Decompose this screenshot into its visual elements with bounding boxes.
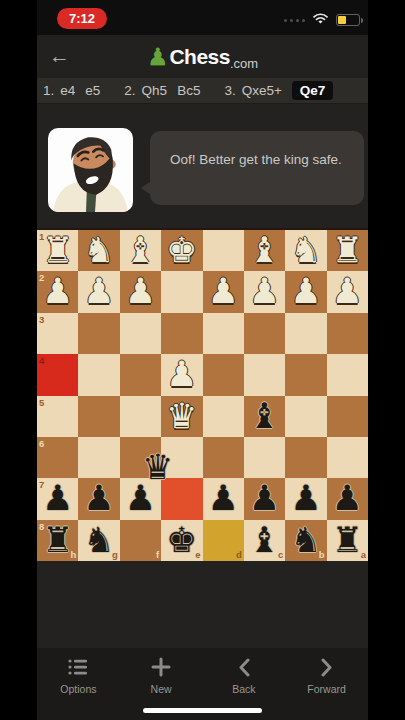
- file-label-e: e: [195, 549, 200, 560]
- forward-label: Forward: [307, 683, 346, 695]
- square-b4[interactable]: [285, 354, 326, 395]
- square-g1[interactable]: ♞: [78, 230, 119, 271]
- list-icon: [67, 657, 89, 677]
- file-label-f: f: [156, 549, 159, 560]
- move-e5[interactable]: e5: [85, 83, 100, 98]
- rank-label-3: 3: [39, 314, 44, 325]
- square-h8[interactable]: 8h♜: [37, 520, 78, 561]
- black-pawn-b7: ♟: [285, 478, 326, 519]
- square-f1[interactable]: ♝: [120, 230, 161, 271]
- chess-board: 1♜♞♝♚♝♞♜2♟♟♟♟♟♟♟34♟5♛♝67♟♟♟♟♟♟♟8h♜g♞fe♚d…: [37, 228, 368, 559]
- square-b1[interactable]: ♞: [285, 230, 326, 271]
- square-g6[interactable]: [78, 437, 119, 478]
- black-pawn-g7: ♟: [78, 478, 119, 519]
- square-e5[interactable]: ♛: [161, 396, 202, 437]
- app-header: ← ♟ Chess .com: [37, 35, 368, 78]
- square-g4[interactable]: [78, 354, 119, 395]
- white-rook-a1: ♜: [327, 230, 368, 271]
- square-b6[interactable]: [285, 437, 326, 478]
- speech-bubble-tail: [141, 181, 151, 195]
- square-f8[interactable]: f: [120, 520, 161, 561]
- move-number: 2.: [124, 83, 135, 98]
- black-bishop-c5: ♝: [244, 396, 285, 437]
- white-pawn-a2: ♟: [327, 271, 368, 312]
- square-a2[interactable]: ♟: [327, 271, 368, 312]
- home-indicator[interactable]: [143, 708, 262, 713]
- chesscom-logo: ♟ Chess .com: [37, 35, 368, 78]
- move-number: 3.: [224, 83, 235, 98]
- file-label-g: g: [112, 549, 118, 560]
- battery-fill: [338, 16, 346, 24]
- square-d3[interactable]: [203, 313, 244, 354]
- square-g7[interactable]: ♟: [78, 478, 119, 519]
- square-d8[interactable]: d: [203, 520, 244, 561]
- coach-speech-bubble: Oof! Better get the king safe.: [150, 131, 364, 205]
- white-queen-e5: ♛: [161, 396, 202, 437]
- new-label: New: [151, 683, 172, 695]
- coach-message: Oof! Better get the king safe.: [170, 152, 342, 167]
- logo-tld: .com: [230, 56, 258, 78]
- white-pawn-c2: ♟: [244, 271, 285, 312]
- square-g8[interactable]: g♞: [78, 520, 119, 561]
- white-pawn-g2: ♟: [78, 271, 119, 312]
- square-d6[interactable]: [203, 437, 244, 478]
- square-h3[interactable]: 3: [37, 313, 78, 354]
- white-knight-g1: ♞: [78, 230, 119, 271]
- square-f4[interactable]: [120, 354, 161, 395]
- file-label-d: d: [236, 549, 242, 560]
- move-Qh5[interactable]: Qh5: [142, 83, 168, 98]
- square-f2[interactable]: ♟: [120, 271, 161, 312]
- square-c8[interactable]: c♝: [244, 520, 285, 561]
- cellular-dots-icon: [284, 19, 305, 22]
- square-f5[interactable]: [120, 396, 161, 437]
- square-c3[interactable]: [244, 313, 285, 354]
- square-a7[interactable]: ♟: [327, 478, 368, 519]
- status-bar: 7:12: [37, 0, 368, 35]
- file-label-b: b: [319, 549, 325, 560]
- status-icons: [284, 11, 360, 29]
- battery-icon: [336, 14, 360, 26]
- square-h2[interactable]: 2♟: [37, 271, 78, 312]
- square-g2[interactable]: ♟: [78, 271, 119, 312]
- square-a8[interactable]: a♜: [327, 520, 368, 561]
- black-pawn-d7: ♟: [203, 478, 244, 519]
- phone-video-frame: 7:12 ← ♟: [0, 0, 405, 720]
- square-a6[interactable]: [327, 437, 368, 478]
- coach-panel: Oof! Better get the king safe.: [37, 104, 368, 228]
- square-e4[interactable]: ♟: [161, 354, 202, 395]
- status-time: 7:12: [69, 11, 95, 26]
- white-bishop-f1: ♝: [120, 230, 161, 271]
- rank-label-2: 2: [39, 272, 44, 283]
- square-e6[interactable]: [161, 437, 202, 478]
- rank-label-6: 6: [39, 438, 44, 449]
- square-c2[interactable]: ♟: [244, 271, 285, 312]
- square-e3[interactable]: [161, 313, 202, 354]
- square-e2[interactable]: [161, 271, 202, 312]
- square-b3[interactable]: [285, 313, 326, 354]
- square-e7[interactable]: [161, 478, 202, 519]
- chevron-right-icon: [321, 657, 333, 677]
- file-label-h: h: [71, 549, 77, 560]
- move-Bc5[interactable]: Bc5: [177, 83, 200, 98]
- square-c5[interactable]: ♝: [244, 396, 285, 437]
- white-pawn-f2: ♟: [120, 271, 161, 312]
- rank-label-7: 7: [39, 479, 44, 490]
- white-pawn-e4: ♟: [161, 354, 202, 395]
- white-pawn-d2: ♟: [203, 271, 244, 312]
- move-list-bar: 1.e4e52.Qh5Bc53.Qxe5+Qe7: [37, 78, 368, 104]
- options-label: Options: [60, 683, 96, 695]
- wifi-icon: [312, 11, 329, 29]
- square-e8[interactable]: e♚: [161, 520, 202, 561]
- recording-time-pill[interactable]: 7:12: [57, 8, 107, 29]
- white-pawn-b2: ♟: [285, 271, 326, 312]
- file-label-c: c: [278, 549, 283, 560]
- square-a4[interactable]: [327, 354, 368, 395]
- black-pawn-c7: ♟: [244, 478, 285, 519]
- square-c1[interactable]: ♝: [244, 230, 285, 271]
- square-d7[interactable]: ♟: [203, 478, 244, 519]
- square-a5[interactable]: [327, 396, 368, 437]
- square-g5[interactable]: [78, 396, 119, 437]
- black-pawn-f7: ♟: [120, 478, 161, 519]
- white-king-e1: ♚: [161, 230, 202, 271]
- move-number: 1.: [43, 83, 54, 98]
- square-b2[interactable]: ♟: [285, 271, 326, 312]
- square-c7[interactable]: ♟: [244, 478, 285, 519]
- white-bishop-c1: ♝: [244, 230, 285, 271]
- square-d2[interactable]: ♟: [203, 271, 244, 312]
- chevron-left-icon: [238, 657, 250, 677]
- square-e1[interactable]: ♚: [161, 230, 202, 271]
- options-button[interactable]: Options: [37, 648, 120, 720]
- move-Qe7[interactable]: Qe7: [292, 81, 334, 100]
- square-d4[interactable]: [203, 354, 244, 395]
- logo-word: Chess: [169, 45, 230, 69]
- black-pawn-a7: ♟: [327, 478, 368, 519]
- square-c6[interactable]: [244, 437, 285, 478]
- rank-label-1: 1: [39, 231, 44, 242]
- square-g3[interactable]: [78, 313, 119, 354]
- square-b7[interactable]: ♟: [285, 478, 326, 519]
- square-h5[interactable]: 5: [37, 396, 78, 437]
- square-a1[interactable]: ♜: [327, 230, 368, 271]
- move-e4[interactable]: e4: [60, 83, 75, 98]
- square-d5[interactable]: [203, 396, 244, 437]
- square-d1[interactable]: [203, 230, 244, 271]
- square-b8[interactable]: b♞: [285, 520, 326, 561]
- square-f3[interactable]: [120, 313, 161, 354]
- rank-label-8: 8: [39, 521, 44, 532]
- square-a3[interactable]: [327, 313, 368, 354]
- square-h6[interactable]: 6: [37, 437, 78, 478]
- back-label: Back: [232, 683, 255, 695]
- square-b5[interactable]: [285, 396, 326, 437]
- coach-avatar: [48, 128, 133, 212]
- file-label-a: a: [361, 549, 366, 560]
- rank-label-4: 4: [39, 355, 44, 366]
- forward-button[interactable]: Forward: [285, 648, 368, 720]
- square-h4[interactable]: 4: [37, 354, 78, 395]
- square-h1[interactable]: 1♜: [37, 230, 78, 271]
- rank-label-5: 5: [39, 397, 44, 408]
- move-Qxe5+[interactable]: Qxe5+: [242, 83, 282, 98]
- square-f7[interactable]: ♟: [120, 478, 161, 519]
- white-knight-b1: ♞: [285, 230, 326, 271]
- logo-pawn-icon: ♟: [147, 45, 169, 69]
- square-f6[interactable]: [120, 437, 161, 478]
- plus-icon: [151, 657, 171, 677]
- square-h7[interactable]: 7♟: [37, 478, 78, 519]
- square-c4[interactable]: [244, 354, 285, 395]
- app-screen: 7:12 ← ♟: [37, 0, 368, 720]
